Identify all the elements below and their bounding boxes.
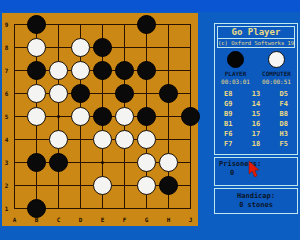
move-computer: D5 — [270, 89, 288, 99]
move-row: B915B8 — [215, 109, 297, 119]
white-stone — [49, 61, 68, 80]
move-player: B1 — [224, 119, 242, 129]
move-number: 14 — [248, 99, 264, 109]
move-player: E8 — [224, 89, 242, 99]
move-row: E813D5 — [215, 89, 297, 99]
row-label: 7 — [2, 67, 11, 74]
row-label: 4 — [2, 136, 11, 143]
prisoners-box: Prisoners: 0 — [214, 157, 298, 186]
hoshi-point — [57, 115, 60, 118]
white-stone — [137, 130, 156, 149]
black-stone — [27, 15, 46, 34]
info-panel: Go Player (c) Oxford Softworks 1991 PLAY… — [214, 23, 298, 155]
white-stone — [27, 84, 46, 103]
prisoners-value: 0 — [230, 169, 297, 178]
white-stone — [27, 38, 46, 57]
black-stone — [71, 84, 90, 103]
move-row: F617H3 — [215, 129, 297, 139]
copyright-text: (c) Oxford Softworks 1991 — [218, 38, 294, 47]
move-computer: B8 — [270, 109, 288, 119]
column-label: J — [186, 216, 195, 223]
white-stone — [71, 38, 90, 57]
black-stone — [93, 61, 112, 80]
white-stone — [115, 130, 134, 149]
move-player: F6 — [224, 129, 242, 139]
white-stone — [137, 153, 156, 172]
column-label: H — [164, 216, 173, 223]
black-stone — [159, 176, 178, 195]
black-stone-icon — [227, 51, 244, 68]
black-stone — [27, 153, 46, 172]
black-stone — [27, 199, 46, 218]
move-player: B9 — [224, 109, 242, 119]
move-number: 15 — [248, 109, 264, 119]
black-stone — [49, 153, 68, 172]
white-stone — [93, 130, 112, 149]
move-number: 13 — [248, 89, 264, 99]
black-stone — [115, 61, 134, 80]
black-stone — [115, 84, 134, 103]
black-stone — [93, 107, 112, 126]
white-stone — [27, 107, 46, 126]
black-stone — [181, 107, 200, 126]
go-board[interactable]: 9A8B7C6D5E4F3G2H1J — [2, 13, 198, 226]
move-player: G9 — [224, 99, 242, 109]
white-stone — [71, 61, 90, 80]
white-stone — [49, 84, 68, 103]
handicap-value: 0 stones — [215, 201, 297, 210]
white-stone — [71, 107, 90, 126]
row-label: 8 — [2, 44, 11, 51]
move-computer: F4 — [270, 99, 288, 109]
white-stone — [49, 130, 68, 149]
row-label: 1 — [2, 205, 11, 212]
black-stone — [137, 15, 156, 34]
white-stone — [115, 107, 134, 126]
player-label: PLAYER — [225, 70, 247, 78]
move-row: F718F5 — [215, 139, 297, 149]
column-label: D — [76, 216, 85, 223]
handicap-label: Handicap: — [215, 191, 297, 201]
move-player: F7 — [224, 139, 242, 149]
row-label: 2 — [2, 182, 11, 189]
black-stone — [93, 38, 112, 57]
title-box: Go Player (c) Oxford Softworks 1991 — [217, 26, 295, 48]
column-label: G — [142, 216, 151, 223]
computer-column: COMPUTER 00:00:51 — [256, 51, 297, 85]
white-stone-icon — [268, 51, 285, 68]
handicap-box: Handicap: 0 stones — [214, 188, 298, 214]
black-stone — [137, 107, 156, 126]
white-stone — [159, 153, 178, 172]
row-label: 9 — [2, 21, 11, 28]
player-column: PLAYER 00:03:01 — [215, 51, 256, 85]
move-computer: D8 — [270, 119, 288, 129]
column-label: C — [54, 216, 63, 223]
move-row: G914F4 — [215, 99, 297, 109]
computer-label: COMPUTER — [262, 70, 291, 78]
hoshi-point — [101, 161, 104, 164]
app-title: Go Player — [218, 27, 294, 38]
black-stone — [159, 84, 178, 103]
row-label: 5 — [2, 113, 11, 120]
column-label: E — [98, 216, 107, 223]
players-row: PLAYER 00:03:01 COMPUTER 00:00:51 — [215, 51, 297, 85]
player-clock: 00:03:01 — [221, 78, 250, 85]
title-bar — [0, 0, 300, 12]
move-computer: F5 — [270, 139, 288, 149]
column-label: F — [120, 216, 129, 223]
column-label: A — [10, 216, 19, 223]
mouse-cursor-icon — [248, 161, 261, 178]
move-list: E813D5G914F4B915B8B116D8F617H3F718F5 — [215, 89, 297, 149]
move-number: 16 — [248, 119, 264, 129]
go-player-screen: 9A8B7C6D5E4F3G2H1J Go Player (c) Oxford … — [0, 0, 300, 240]
black-stone — [27, 61, 46, 80]
move-number: 17 — [248, 129, 264, 139]
move-row: B116D8 — [215, 119, 297, 129]
move-computer: H3 — [270, 129, 288, 139]
white-stone — [93, 176, 112, 195]
row-label: 3 — [2, 159, 11, 166]
white-stone — [137, 176, 156, 195]
row-label: 6 — [2, 90, 11, 97]
move-number: 18 — [248, 139, 264, 149]
black-stone — [137, 61, 156, 80]
computer-clock: 00:00:51 — [262, 78, 291, 85]
